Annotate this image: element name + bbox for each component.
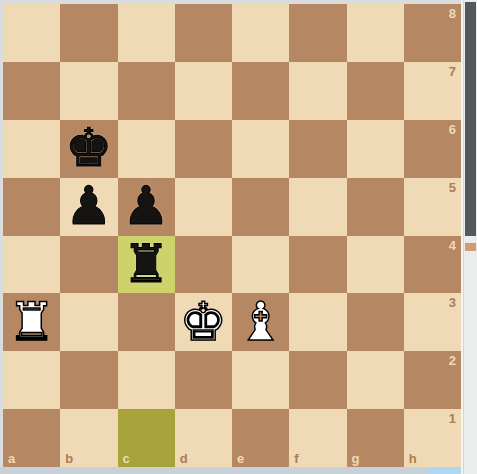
- square-d5[interactable]: [175, 178, 232, 236]
- square-h4[interactable]: 4: [404, 236, 461, 294]
- square-e3[interactable]: ♝: [232, 293, 289, 351]
- square-g2[interactable]: [347, 351, 404, 409]
- square-b3[interactable]: [60, 293, 117, 351]
- white-king[interactable]: ♚: [180, 293, 228, 350]
- square-f3[interactable]: [289, 293, 346, 351]
- rank-label-8: 8: [449, 6, 456, 21]
- file-label-h: h: [409, 451, 417, 467]
- square-g1[interactable]: g: [347, 409, 404, 467]
- square-e8[interactable]: [232, 4, 289, 62]
- file-label-a: a: [8, 451, 15, 467]
- square-g8[interactable]: [347, 4, 404, 62]
- square-f2[interactable]: [289, 351, 346, 409]
- vertical-scrollbar-thumb[interactable]: [465, 2, 476, 236]
- square-h8[interactable]: 8: [404, 4, 461, 62]
- square-g7[interactable]: [347, 62, 404, 120]
- square-h1[interactable]: h1: [404, 409, 461, 467]
- square-h5[interactable]: 5: [404, 178, 461, 236]
- square-f6[interactable]: [289, 120, 346, 178]
- square-d7[interactable]: [175, 62, 232, 120]
- square-g4[interactable]: [347, 236, 404, 294]
- square-d6[interactable]: [175, 120, 232, 178]
- rank-label-7: 7: [449, 64, 456, 79]
- square-b7[interactable]: [60, 62, 117, 120]
- square-a5[interactable]: [3, 178, 60, 236]
- square-h3[interactable]: 3: [404, 293, 461, 351]
- square-g5[interactable]: [347, 178, 404, 236]
- square-c7[interactable]: [118, 62, 175, 120]
- square-b2[interactable]: [60, 351, 117, 409]
- rank-label-4: 4: [449, 238, 456, 253]
- square-b1[interactable]: b: [60, 409, 117, 467]
- square-d2[interactable]: [175, 351, 232, 409]
- square-c6[interactable]: [118, 120, 175, 178]
- square-h6[interactable]: 6: [404, 120, 461, 178]
- square-c3[interactable]: [118, 293, 175, 351]
- square-a8[interactable]: [3, 4, 60, 62]
- white-bishop[interactable]: ♝: [237, 293, 285, 350]
- file-label-c: c: [123, 451, 130, 467]
- square-e6[interactable]: [232, 120, 289, 178]
- file-label-e: e: [237, 451, 244, 467]
- square-h7[interactable]: 7: [404, 62, 461, 120]
- right-gutter: [461, 0, 477, 474]
- square-f4[interactable]: [289, 236, 346, 294]
- horizontal-scrollbar-thumb[interactable]: [427, 467, 462, 474]
- square-h2[interactable]: 2: [404, 351, 461, 409]
- square-a3[interactable]: ♜: [3, 293, 60, 351]
- rank-label-1: 1: [449, 411, 456, 426]
- square-e5[interactable]: [232, 178, 289, 236]
- scrollbar-marker: [465, 243, 476, 251]
- page: 87♚6♟♟5♜4♜♚♝32abcdefgh1: [0, 0, 477, 474]
- square-a6[interactable]: [3, 120, 60, 178]
- square-d8[interactable]: [175, 4, 232, 62]
- file-label-f: f: [294, 451, 298, 467]
- square-d3[interactable]: ♚: [175, 293, 232, 351]
- vertical-scrollbar[interactable]: [463, 0, 477, 474]
- square-a1[interactable]: a: [3, 409, 60, 467]
- square-d1[interactable]: d: [175, 409, 232, 467]
- square-b4[interactable]: [60, 236, 117, 294]
- white-rook[interactable]: ♜: [8, 293, 56, 350]
- rank-label-6: 6: [449, 122, 456, 137]
- square-f7[interactable]: [289, 62, 346, 120]
- square-c1[interactable]: c: [118, 409, 175, 467]
- square-f8[interactable]: [289, 4, 346, 62]
- square-e2[interactable]: [232, 351, 289, 409]
- square-b8[interactable]: [60, 4, 117, 62]
- square-a2[interactable]: [3, 351, 60, 409]
- square-c2[interactable]: [118, 351, 175, 409]
- square-c5[interactable]: ♟: [118, 178, 175, 236]
- square-e4[interactable]: [232, 236, 289, 294]
- square-g6[interactable]: [347, 120, 404, 178]
- square-d4[interactable]: [175, 236, 232, 294]
- square-a7[interactable]: [3, 62, 60, 120]
- square-b6[interactable]: ♚: [60, 120, 117, 178]
- black-rook[interactable]: ♜: [122, 235, 170, 292]
- black-pawn[interactable]: ♟: [65, 177, 113, 234]
- square-f1[interactable]: f: [289, 409, 346, 467]
- file-label-b: b: [65, 451, 73, 467]
- square-b5[interactable]: ♟: [60, 178, 117, 236]
- square-e1[interactable]: e: [232, 409, 289, 467]
- file-label-g: g: [352, 451, 360, 467]
- page-bottom-strip: [0, 467, 461, 474]
- rank-label-5: 5: [449, 180, 456, 195]
- rank-label-2: 2: [449, 353, 456, 368]
- square-e7[interactable]: [232, 62, 289, 120]
- square-g3[interactable]: [347, 293, 404, 351]
- chess-board: 87♚6♟♟5♜4♜♚♝32abcdefgh1: [3, 4, 461, 467]
- file-label-d: d: [180, 451, 188, 467]
- black-king[interactable]: ♚: [65, 119, 113, 176]
- black-pawn[interactable]: ♟: [122, 177, 170, 234]
- square-c4[interactable]: ♜: [118, 236, 175, 294]
- square-f5[interactable]: [289, 178, 346, 236]
- rank-label-3: 3: [449, 295, 456, 310]
- square-c8[interactable]: [118, 4, 175, 62]
- square-a4[interactable]: [3, 236, 60, 294]
